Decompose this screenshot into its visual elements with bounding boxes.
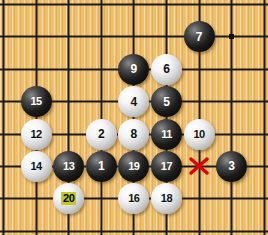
board-intersection bbox=[215, 85, 248, 117]
board-intersection: 18 bbox=[150, 183, 183, 215]
stone-black-3: 3 bbox=[216, 151, 247, 182]
stone-white-10: 10 bbox=[184, 119, 215, 150]
board-intersection: 16 bbox=[118, 183, 151, 215]
red-x-marker-icon bbox=[188, 156, 210, 176]
board-intersection bbox=[248, 85, 268, 117]
board-intersection bbox=[150, 0, 183, 21]
move-number-label: 7 bbox=[196, 31, 203, 43]
move-number-label: 9 bbox=[131, 63, 138, 75]
board-intersection: 17 bbox=[150, 150, 183, 182]
board-intersection: 14 bbox=[20, 150, 53, 182]
board-intersection bbox=[248, 150, 268, 182]
board-intersection bbox=[85, 0, 118, 21]
move-number-label: 15 bbox=[30, 96, 41, 107]
board-intersection bbox=[215, 215, 248, 235]
board-intersection bbox=[0, 183, 20, 215]
board-intersection bbox=[85, 183, 118, 215]
move-number-label: 14 bbox=[30, 161, 41, 172]
move-number-label: 19 bbox=[128, 161, 139, 172]
board-intersection: 5 bbox=[150, 85, 183, 117]
board-intersection bbox=[0, 21, 20, 53]
board-intersection bbox=[215, 183, 248, 215]
board-intersection: 9 bbox=[118, 53, 151, 85]
board-intersection bbox=[85, 215, 118, 235]
board-intersection bbox=[118, 215, 151, 235]
move-number-label: 13 bbox=[63, 161, 74, 172]
board-intersection: 4 bbox=[118, 85, 151, 117]
stone-white-14: 14 bbox=[21, 151, 52, 182]
board-intersection bbox=[0, 215, 20, 235]
stone-black-11: 11 bbox=[151, 119, 182, 150]
board-intersection bbox=[150, 215, 183, 235]
board-intersection bbox=[183, 53, 216, 85]
stone-white-18: 18 bbox=[151, 183, 182, 214]
board-intersection: 12 bbox=[20, 118, 53, 150]
board-intersection: 11 bbox=[150, 118, 183, 150]
stone-white-16: 16 bbox=[118, 183, 149, 214]
go-board[interactable]: 7961545122811101413119173201618 bbox=[0, 0, 268, 235]
board-intersection bbox=[0, 150, 20, 182]
board-intersection: 20 bbox=[52, 183, 85, 215]
stone-white-12: 12 bbox=[21, 119, 52, 150]
move-number-label: 3 bbox=[228, 160, 235, 172]
board-intersection bbox=[85, 53, 118, 85]
board-intersection bbox=[52, 0, 85, 21]
stone-black-15: 15 bbox=[21, 86, 52, 117]
stone-black-19: 19 bbox=[118, 151, 149, 182]
move-number-label: 6 bbox=[163, 63, 170, 75]
board-intersection bbox=[52, 85, 85, 117]
stone-black-17: 17 bbox=[151, 151, 182, 182]
board-intersection bbox=[215, 21, 248, 53]
board-intersection bbox=[183, 150, 216, 182]
move-number-label: 18 bbox=[161, 193, 172, 204]
board-intersection bbox=[183, 183, 216, 215]
board-intersection bbox=[118, 21, 151, 53]
go-board-stones-layer: 7961545122811101413119173201618 bbox=[0, 0, 268, 235]
board-intersection bbox=[183, 85, 216, 117]
board-intersection bbox=[118, 0, 151, 21]
stone-white-2: 2 bbox=[86, 119, 117, 150]
board-intersection bbox=[183, 0, 216, 21]
board-intersection: 8 bbox=[118, 118, 151, 150]
stone-black-5: 5 bbox=[151, 86, 182, 117]
move-number-label: 17 bbox=[161, 161, 172, 172]
board-intersection bbox=[150, 21, 183, 53]
board-intersection: 2 bbox=[85, 118, 118, 150]
move-number-label: 20 bbox=[61, 192, 76, 205]
board-intersection bbox=[248, 21, 268, 53]
stone-white-4: 4 bbox=[118, 86, 149, 117]
board-intersection bbox=[183, 215, 216, 235]
move-number-label: 16 bbox=[128, 193, 139, 204]
board-intersection bbox=[52, 215, 85, 235]
board-intersection bbox=[20, 21, 53, 53]
board-intersection bbox=[52, 21, 85, 53]
board-intersection: 13 bbox=[52, 150, 85, 182]
board-intersection: 7 bbox=[183, 21, 216, 53]
board-intersection bbox=[0, 85, 20, 117]
board-intersection bbox=[52, 53, 85, 85]
board-intersection bbox=[248, 53, 268, 85]
stone-white-20: 20 bbox=[53, 183, 84, 214]
board-intersection: 1 bbox=[85, 150, 118, 182]
board-intersection bbox=[52, 118, 85, 150]
board-intersection: 15 bbox=[20, 85, 53, 117]
move-number-label: 2 bbox=[98, 128, 105, 140]
move-number-label: 11 bbox=[161, 129, 172, 140]
stone-black-9: 9 bbox=[118, 54, 149, 85]
stone-black-1: 1 bbox=[86, 151, 117, 182]
board-intersection bbox=[215, 53, 248, 85]
stone-white-6: 6 bbox=[151, 54, 182, 85]
board-intersection: 6 bbox=[150, 53, 183, 85]
move-number-label: 8 bbox=[131, 128, 138, 140]
board-intersection bbox=[248, 118, 268, 150]
move-number-label: 5 bbox=[163, 96, 170, 108]
move-number-label: 10 bbox=[193, 129, 204, 140]
board-intersection bbox=[215, 0, 248, 21]
board-intersection bbox=[248, 215, 268, 235]
board-intersection bbox=[248, 183, 268, 215]
board-intersection bbox=[20, 183, 53, 215]
board-intersection bbox=[215, 118, 248, 150]
board-intersection bbox=[20, 0, 53, 21]
board-intersection: 3 bbox=[215, 150, 248, 182]
board-intersection bbox=[20, 53, 53, 85]
move-number-label: 1 bbox=[98, 160, 105, 172]
board-intersection bbox=[85, 85, 118, 117]
board-intersection bbox=[248, 0, 268, 21]
board-intersection bbox=[20, 215, 53, 235]
move-number-label: 4 bbox=[131, 96, 138, 108]
stone-black-7: 7 bbox=[184, 21, 215, 52]
star-point-icon bbox=[229, 34, 234, 39]
board-intersection bbox=[0, 0, 20, 21]
stone-black-13: 13 bbox=[53, 151, 84, 182]
board-intersection bbox=[0, 118, 20, 150]
board-intersection bbox=[0, 53, 20, 85]
move-number-label: 12 bbox=[30, 129, 41, 140]
board-intersection: 19 bbox=[118, 150, 151, 182]
board-intersection: 10 bbox=[183, 118, 216, 150]
board-intersection bbox=[85, 21, 118, 53]
stone-white-8: 8 bbox=[118, 119, 149, 150]
